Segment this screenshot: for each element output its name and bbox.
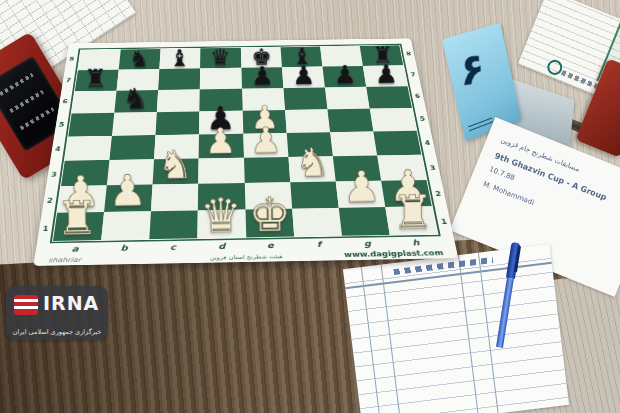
square-c6[interactable]: [157, 89, 200, 112]
square-b1[interactable]: [101, 211, 151, 240]
tournament-table-scene: ۶ مسابقات شطرنج جام قزوین 9th Ghazvin Cu…: [0, 0, 620, 413]
file-label-b: b: [99, 243, 149, 254]
scoresheet-player-name: M. Mohammadi: [482, 180, 535, 207]
brand-dagigplast-url: www.dagigplast.com: [344, 249, 444, 259]
square-h1[interactable]: ♜: [385, 206, 437, 235]
piece-white-king-e1[interactable]: ♚: [245, 190, 294, 238]
square-h7[interactable]: ♟: [363, 65, 408, 87]
square-b6[interactable]: ♞: [114, 90, 158, 113]
square-d4[interactable]: ♟: [199, 134, 244, 159]
square-b5[interactable]: [112, 112, 157, 136]
square-c1[interactable]: [150, 210, 199, 239]
square-g4[interactable]: [330, 132, 377, 157]
piece-black-pawn-f7[interactable]: ♟: [283, 63, 325, 89]
square-g1[interactable]: [339, 207, 390, 236]
file-label-f: f: [294, 240, 344, 251]
piece-black-pawn-g7[interactable]: ♟: [324, 62, 366, 88]
piece-black-pawn-e7[interactable]: ♟: [241, 63, 283, 89]
irna-subtitle: خبرگزاری جمهوری اسلامی ایران: [6, 328, 108, 336]
square-d1[interactable]: ♛: [198, 210, 246, 239]
clock-digits-row: [9, 90, 44, 113]
square-f6[interactable]: [283, 87, 327, 110]
square-d7[interactable]: [200, 68, 242, 90]
square-c7[interactable]: [158, 68, 200, 90]
piece-black-knight-b6[interactable]: ♞: [114, 84, 157, 113]
square-h6[interactable]: [366, 86, 412, 108]
square-f5[interactable]: [285, 109, 330, 133]
irna-watermark: IRNA خبرگزاری جمهوری اسلامی ایران: [6, 286, 108, 340]
irna-logo-icon: [14, 295, 38, 315]
square-a5[interactable]: [68, 113, 114, 137]
square-h5[interactable]: [370, 108, 417, 132]
square-c2[interactable]: [151, 184, 198, 211]
square-b4[interactable]: [110, 135, 156, 160]
square-g2[interactable]: ♟: [336, 181, 386, 208]
clock-digits-row: [20, 107, 55, 130]
piece-white-knight-c3[interactable]: ♞: [152, 145, 198, 185]
piece-white-pawn-g2[interactable]: ♟: [338, 165, 385, 209]
piece-black-knight-b8[interactable]: ♞: [119, 47, 160, 70]
square-e3[interactable]: [244, 157, 290, 183]
chess-board: ♞♝♛♚♝♜♜♟♟♟♟♞♟♟♟♟♞♞♟♟♟♟♜♛♚♜ 87654321 8765…: [33, 38, 458, 266]
piece-white-knight-f3[interactable]: ♞: [289, 143, 335, 183]
file-label-a: a: [50, 244, 100, 255]
board-grid: ♞♝♛♚♝♜♜♟♟♟♟♞♟♟♟♟♞♞♟♟♟♟♜♛♚♜: [53, 45, 437, 241]
clock-digits-row: [0, 73, 34, 96]
square-f2[interactable]: [290, 181, 339, 208]
square-c5[interactable]: [156, 111, 200, 135]
square-b2[interactable]: ♟: [104, 185, 153, 212]
square-f1[interactable]: [292, 208, 342, 237]
irna-title: IRNA: [43, 292, 99, 314]
board-mat: ♞♝♛♚♝♜♜♟♟♟♟♞♟♟♟♟♞♞♟♟♟♟♜♛♚♜ 87654321 8765…: [33, 38, 458, 266]
piece-black-rook-a7[interactable]: ♜: [75, 66, 117, 92]
piece-white-rook-h1[interactable]: ♜: [388, 188, 437, 236]
square-h4[interactable]: [373, 131, 421, 156]
piece-white-rook-a1[interactable]: ♜: [53, 194, 102, 242]
square-d3[interactable]: [199, 158, 245, 184]
square-a1[interactable]: ♜: [53, 212, 104, 241]
file-label-g: g: [343, 239, 393, 250]
piece-white-pawn-d4[interactable]: ♟: [198, 123, 243, 159]
table-number: ۶: [459, 47, 486, 93]
piece-black-queen-d8[interactable]: ♛: [200, 46, 241, 69]
file-label-c: c: [148, 242, 197, 253]
square-a6[interactable]: [72, 91, 117, 114]
file-label-e: e: [246, 240, 295, 251]
square-a4[interactable]: [65, 136, 112, 161]
square-g5[interactable]: [327, 109, 373, 133]
file-label-d: d: [197, 241, 246, 252]
piece-white-pawn-e4[interactable]: ♟: [243, 122, 288, 158]
square-a7[interactable]: ♜: [75, 70, 119, 92]
scoresheet-date: 10.7.88: [488, 165, 516, 182]
board-frame: ♞♝♛♚♝♜♜♟♟♟♟♞♟♟♟♟♞♞♟♟♟♟♜♛♚♜: [50, 44, 441, 244]
piece-white-pawn-b2[interactable]: ♟: [104, 169, 152, 213]
piece-white-queen-d1[interactable]: ♛: [197, 191, 246, 239]
file-label-h: h: [391, 238, 441, 249]
square-e4[interactable]: ♟: [243, 133, 288, 158]
piece-black-bishop-c8[interactable]: ♝: [159, 47, 200, 70]
square-f3[interactable]: ♞: [288, 156, 335, 182]
square-e1[interactable]: ♚: [245, 209, 294, 238]
piece-black-pawn-h7[interactable]: ♟: [366, 61, 408, 87]
square-d8[interactable]: ♛: [200, 48, 241, 69]
square-b8[interactable]: ♞: [119, 49, 161, 70]
square-f7[interactable]: ♟: [282, 67, 325, 89]
square-c8[interactable]: ♝: [160, 48, 201, 69]
square-c3[interactable]: ♞: [153, 159, 199, 185]
square-g7[interactable]: ♟: [322, 66, 366, 88]
square-e7[interactable]: ♟: [241, 67, 283, 89]
square-g6[interactable]: [325, 87, 370, 110]
